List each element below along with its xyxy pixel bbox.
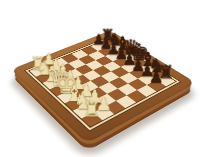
piece-white-rook-h1: ♜ <box>75 80 110 119</box>
chess-set-photo: ♜♞♝♛♚♝♞♜♟♟♟♟♟♟♟♟♟♟♟♟♟♟♟♟♜♞♝♛♚♝♞♜ <box>0 0 210 157</box>
piece-white-pawn-h2: ♟ <box>87 75 121 114</box>
chess-board: ♜♞♝♛♚♝♞♜♟♟♟♟♟♟♟♟♟♟♟♟♟♟♟♟♜♞♝♛♚♝♞♜ <box>11 31 196 144</box>
piece-white-knight-g1: ♞ <box>66 73 100 111</box>
